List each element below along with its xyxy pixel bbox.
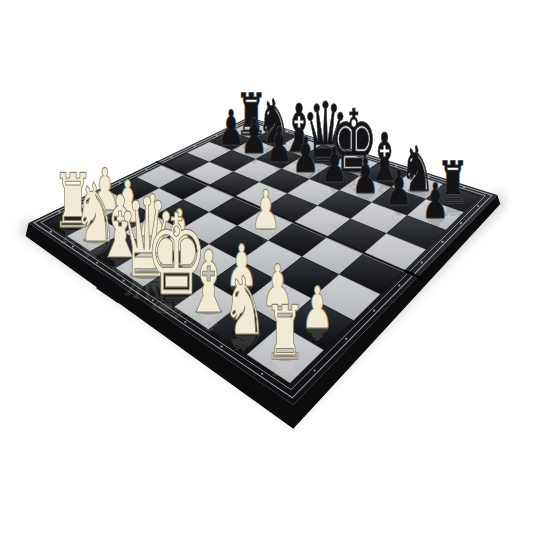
- chess-board: ♜♜♞♞♝♝♛♛♚♚♝♝♞♞♜♜♟♟♟♟♟♟♟♟♟♟♟♟♟♟♟♟♟♟♟♟♟♟♟♟…: [0, 0, 533, 533]
- frame-coordinate-mark: [373, 310, 375, 312]
- frame-coordinate-mark: [145, 168, 147, 170]
- piece-black-pawn-d7: ♟: [292, 126, 319, 184]
- frame-coordinate-mark: [261, 373, 263, 375]
- chess-set-product-photo: ♜♜♞♞♝♝♛♛♚♚♝♝♞♞♜♜♟♟♟♟♟♟♟♟♟♟♟♟♟♟♟♟♟♟♟♟♟♟♟♟…: [0, 0, 533, 533]
- piece-black-pawn-e7: ♟: [321, 136, 348, 194]
- piece-black-pawn-g7: ♟: [385, 159, 412, 217]
- frame-coordinate-mark: [345, 338, 347, 340]
- piece-white-rook-h1: ♜: [265, 289, 307, 377]
- piece-black-pawn-f7: ♟: [352, 147, 379, 205]
- frame-coordinate-mark: [398, 284, 400, 286]
- piece-black-pawn-h7: ♟: [422, 173, 449, 231]
- piece-white-knight-g1: ♞: [223, 260, 268, 354]
- frame-coordinate-mark: [314, 369, 316, 371]
- piece-black-pawn-b7: ♟: [241, 108, 268, 166]
- frame-coordinate-mark: [50, 231, 52, 233]
- piece-black-pawn-c7: ♟: [265, 116, 292, 174]
